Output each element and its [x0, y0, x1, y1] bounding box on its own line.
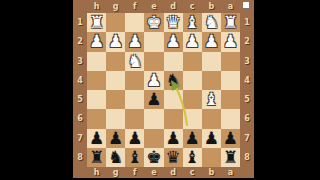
- square-e3[interactable]: [144, 52, 163, 71]
- piece-black-pawn[interactable]: ♟: [108, 130, 123, 147]
- square-h2[interactable]: ♟: [87, 32, 106, 51]
- square-b4[interactable]: [202, 71, 221, 90]
- piece-white-pawn[interactable]: ♟: [223, 33, 238, 50]
- piece-black-pawn[interactable]: ♟: [185, 130, 200, 147]
- rank-label-left-1: 1: [73, 13, 87, 32]
- square-f5[interactable]: [125, 90, 144, 109]
- square-d5[interactable]: [164, 90, 183, 109]
- square-c1[interactable]: ♝: [183, 13, 202, 32]
- square-g7[interactable]: ♟: [106, 129, 125, 148]
- square-a1[interactable]: ♜: [221, 13, 240, 32]
- square-f3[interactable]: ♞: [125, 52, 144, 71]
- square-c3[interactable]: [183, 52, 202, 71]
- rank-label-left-2: 2: [73, 32, 87, 51]
- square-g6[interactable]: [106, 109, 125, 128]
- rank-label-right-6: 6: [240, 109, 254, 128]
- square-e7[interactable]: [144, 129, 163, 148]
- piece-white-rook[interactable]: ♜: [223, 14, 238, 31]
- rank-label-right-4: 4: [240, 71, 254, 90]
- piece-white-pawn[interactable]: ♟: [165, 33, 180, 50]
- file-label-top-d: d: [164, 0, 183, 13]
- piece-white-queen[interactable]: ♛: [165, 14, 180, 31]
- rank-label-left-8: 8: [73, 148, 87, 167]
- file-label-top-b: b: [202, 0, 221, 13]
- square-d3[interactable]: [164, 52, 183, 71]
- square-f6[interactable]: [125, 109, 144, 128]
- rank-label-right-2: 2: [240, 32, 254, 51]
- square-g1[interactable]: [106, 13, 125, 32]
- file-label-bottom-d: d: [164, 167, 183, 178]
- piece-black-knight[interactable]: ♞: [165, 72, 180, 89]
- square-d6[interactable]: [164, 109, 183, 128]
- piece-white-pawn[interactable]: ♟: [204, 33, 219, 50]
- square-c2[interactable]: ♟: [183, 32, 202, 51]
- piece-white-rook[interactable]: ♜: [89, 14, 104, 31]
- square-f7[interactable]: ♟: [125, 129, 144, 148]
- square-e2[interactable]: [144, 32, 163, 51]
- square-h5[interactable]: [87, 90, 106, 109]
- file-label-bottom-e: e: [144, 167, 163, 178]
- rank-labels-left: 12345678: [73, 13, 87, 167]
- square-b3[interactable]: [202, 52, 221, 71]
- rank-label-left-6: 6: [73, 109, 87, 128]
- square-b2[interactable]: ♟: [202, 32, 221, 51]
- square-d2[interactable]: ♟: [164, 32, 183, 51]
- square-a5[interactable]: [221, 90, 240, 109]
- square-g8[interactable]: ♞: [106, 148, 125, 167]
- rank-label-right-5: 5: [240, 90, 254, 109]
- piece-white-knight[interactable]: ♞: [204, 14, 219, 31]
- square-a2[interactable]: ♟: [221, 32, 240, 51]
- piece-white-pawn[interactable]: ♟: [185, 33, 200, 50]
- square-g2[interactable]: ♟: [106, 32, 125, 51]
- square-e5[interactable]: ♟: [144, 90, 163, 109]
- square-e1[interactable]: ♚: [144, 13, 163, 32]
- square-h4[interactable]: [87, 71, 106, 90]
- file-label-top-h: h: [87, 0, 106, 13]
- piece-black-pawn[interactable]: ♟: [146, 91, 161, 108]
- piece-white-pawn[interactable]: ♟: [89, 33, 104, 50]
- rank-labels-right: 12345678: [240, 13, 254, 167]
- square-c4[interactable]: [183, 71, 202, 90]
- square-e8[interactable]: ♚: [144, 148, 163, 167]
- square-b6[interactable]: [202, 109, 221, 128]
- file-label-top-c: c: [183, 0, 202, 13]
- piece-black-rook[interactable]: ♜: [89, 149, 104, 166]
- rank-label-right-7: 7: [240, 129, 254, 148]
- piece-black-knight[interactable]: ♞: [108, 149, 123, 166]
- square-g4[interactable]: [106, 71, 125, 90]
- rank-label-left-7: 7: [73, 129, 87, 148]
- square-a6[interactable]: [221, 109, 240, 128]
- square-a3[interactable]: [221, 52, 240, 71]
- square-c5[interactable]: [183, 90, 202, 109]
- square-b5[interactable]: ♝: [202, 90, 221, 109]
- rank-label-left-4: 4: [73, 71, 87, 90]
- square-a4[interactable]: [221, 71, 240, 90]
- piece-white-bishop[interactable]: ♝: [185, 14, 200, 31]
- white-to-move-indicator: [243, 2, 249, 8]
- file-label-bottom-h: h: [87, 167, 106, 178]
- rank-label-right-8: 8: [240, 148, 254, 167]
- rank-label-right-3: 3: [240, 52, 254, 71]
- square-c6[interactable]: [183, 109, 202, 128]
- square-a8[interactable]: ♜: [221, 148, 240, 167]
- file-label-bottom-c: c: [183, 167, 202, 178]
- file-label-bottom-f: f: [125, 167, 144, 178]
- square-h3[interactable]: [87, 52, 106, 71]
- square-e4[interactable]: ♟: [144, 71, 163, 90]
- square-g3[interactable]: [106, 52, 125, 71]
- rank-label-left-5: 5: [73, 90, 87, 109]
- square-c8[interactable]: ♝: [183, 148, 202, 167]
- piece-white-king[interactable]: ♚: [146, 14, 161, 31]
- square-f2[interactable]: ♟: [125, 32, 144, 51]
- square-h7[interactable]: ♟: [87, 129, 106, 148]
- piece-white-pawn[interactable]: ♟: [108, 33, 123, 50]
- piece-black-pawn[interactable]: ♟: [165, 130, 180, 147]
- piece-black-queen[interactable]: ♛: [165, 149, 180, 166]
- square-d1[interactable]: ♛: [164, 13, 183, 32]
- chess-board: hgfedcba 12345678 12345678 hgfedcba ♜♚♛♝…: [73, 0, 254, 178]
- square-d7[interactable]: ♟: [164, 129, 183, 148]
- square-f4[interactable]: [125, 71, 144, 90]
- piece-white-knight[interactable]: ♞: [127, 53, 142, 70]
- square-h6[interactable]: [87, 109, 106, 128]
- square-h1[interactable]: ♜: [87, 13, 106, 32]
- square-b8[interactable]: [202, 148, 221, 167]
- file-label-top-f: f: [125, 0, 144, 13]
- rank-label-right-1: 1: [240, 13, 254, 32]
- board-squares: ♜♚♛♝♞♜♟♟♟♟♟♟♟♞♟♞♟♝♟♟♟♟♟♟♟♜♞♝♚♛♝♜: [87, 13, 240, 167]
- file-labels-top: hgfedcba: [87, 0, 240, 13]
- square-e6[interactable]: [144, 109, 163, 128]
- video-frame: hgfedcba 12345678 12345678 hgfedcba ♜♚♛♝…: [0, 0, 320, 180]
- file-label-bottom-g: g: [106, 167, 125, 178]
- piece-black-rook[interactable]: ♜: [223, 149, 238, 166]
- file-label-top-a: a: [221, 0, 240, 13]
- square-h8[interactable]: ♜: [87, 148, 106, 167]
- piece-black-pawn[interactable]: ♟: [89, 130, 104, 147]
- piece-white-pawn[interactable]: ♟: [127, 33, 142, 50]
- piece-white-bishop[interactable]: ♝: [204, 91, 219, 108]
- piece-black-bishop[interactable]: ♝: [185, 149, 200, 166]
- piece-white-pawn[interactable]: ♟: [146, 72, 161, 89]
- piece-black-pawn[interactable]: ♟: [204, 130, 219, 147]
- square-d4[interactable]: ♞: [164, 71, 183, 90]
- rank-label-left-3: 3: [73, 52, 87, 71]
- file-labels-bottom: hgfedcba: [87, 167, 240, 178]
- piece-black-pawn[interactable]: ♟: [223, 130, 238, 147]
- square-b7[interactable]: ♟: [202, 129, 221, 148]
- square-g5[interactable]: [106, 90, 125, 109]
- piece-black-bishop[interactable]: ♝: [127, 149, 142, 166]
- square-b1[interactable]: ♞: [202, 13, 221, 32]
- file-label-bottom-a: a: [221, 167, 240, 178]
- square-a7[interactable]: ♟: [221, 129, 240, 148]
- square-f1[interactable]: [125, 13, 144, 32]
- square-d8[interactable]: ♛: [164, 148, 183, 167]
- file-label-bottom-b: b: [202, 167, 221, 178]
- file-label-top-g: g: [106, 0, 125, 13]
- piece-black-pawn[interactable]: ♟: [127, 130, 142, 147]
- piece-black-king[interactable]: ♚: [146, 149, 161, 166]
- square-c7[interactable]: ♟: [183, 129, 202, 148]
- file-label-top-e: e: [144, 0, 163, 13]
- square-f8[interactable]: ♝: [125, 148, 144, 167]
